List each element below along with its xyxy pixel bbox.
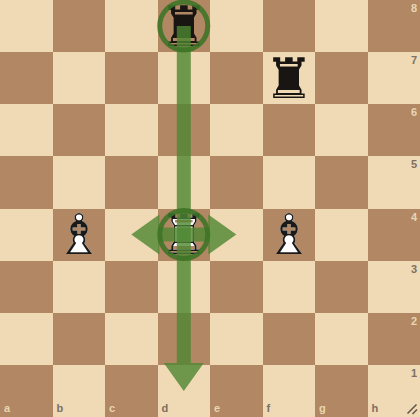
square-g2[interactable] xyxy=(315,313,368,365)
square-a6[interactable] xyxy=(0,104,53,156)
square-b1[interactable] xyxy=(53,365,106,417)
square-b7[interactable] xyxy=(53,52,106,104)
black-rook-glyph: ♜ xyxy=(158,0,211,52)
square-c8[interactable] xyxy=(105,0,158,52)
square-a1[interactable] xyxy=(0,365,53,417)
white-rook-glyph-fill: ♜ xyxy=(158,209,211,261)
square-f6[interactable] xyxy=(263,104,316,156)
square-c7[interactable] xyxy=(105,52,158,104)
square-e6[interactable] xyxy=(210,104,263,156)
square-g3[interactable] xyxy=(315,261,368,313)
square-b6[interactable] xyxy=(53,104,106,156)
piece-white-bishop-f4[interactable]: ♝♗ xyxy=(263,209,316,261)
square-e1[interactable] xyxy=(210,365,263,417)
square-h5[interactable] xyxy=(368,156,420,208)
white-bishop-glyph: ♗ xyxy=(263,209,316,261)
square-a3[interactable] xyxy=(0,261,53,313)
square-b2[interactable] xyxy=(53,313,106,365)
square-d6[interactable] xyxy=(158,104,211,156)
square-e8[interactable] xyxy=(210,0,263,52)
square-e3[interactable] xyxy=(210,261,263,313)
white-bishop-glyph: ♗ xyxy=(53,209,106,261)
square-c6[interactable] xyxy=(105,104,158,156)
resize-grip-line xyxy=(413,410,418,415)
piece-white-bishop-b4[interactable]: ♝♗ xyxy=(53,209,106,261)
square-f2[interactable] xyxy=(263,313,316,365)
square-g5[interactable] xyxy=(315,156,368,208)
square-g6[interactable] xyxy=(315,104,368,156)
square-c2[interactable] xyxy=(105,313,158,365)
square-c5[interactable] xyxy=(105,156,158,208)
square-d7[interactable] xyxy=(158,52,211,104)
square-g8[interactable] xyxy=(315,0,368,52)
square-d3[interactable] xyxy=(158,261,211,313)
square-b3[interactable] xyxy=(53,261,106,313)
square-d1[interactable] xyxy=(158,365,211,417)
square-g1[interactable] xyxy=(315,365,368,417)
black-rook-glyph: ♜ xyxy=(263,52,316,104)
square-c4[interactable] xyxy=(105,209,158,261)
piece-white-rook-d4[interactable]: ♜♖ xyxy=(158,209,211,261)
square-e5[interactable] xyxy=(210,156,263,208)
square-a7[interactable] xyxy=(0,52,53,104)
square-f5[interactable] xyxy=(263,156,316,208)
square-c3[interactable] xyxy=(105,261,158,313)
square-h6[interactable] xyxy=(368,104,420,156)
square-g7[interactable] xyxy=(315,52,368,104)
piece-black-rook-f7[interactable]: ♜ xyxy=(263,52,316,104)
square-a8[interactable] xyxy=(0,0,53,52)
square-h7[interactable] xyxy=(368,52,420,104)
white-bishop-glyph-fill: ♝ xyxy=(263,209,316,261)
square-a5[interactable] xyxy=(0,156,53,208)
square-h2[interactable] xyxy=(368,313,420,365)
square-f3[interactable] xyxy=(263,261,316,313)
square-c1[interactable] xyxy=(105,365,158,417)
square-e7[interactable] xyxy=(210,52,263,104)
square-f1[interactable] xyxy=(263,365,316,417)
square-f8[interactable] xyxy=(263,0,316,52)
white-bishop-glyph-fill: ♝ xyxy=(53,209,106,261)
square-a2[interactable] xyxy=(0,313,53,365)
square-b8[interactable] xyxy=(53,0,106,52)
square-a4[interactable] xyxy=(0,209,53,261)
piece-black-rook-d8[interactable]: ♜ xyxy=(158,0,211,52)
square-g4[interactable] xyxy=(315,209,368,261)
square-e4[interactable] xyxy=(210,209,263,261)
square-b5[interactable] xyxy=(53,156,106,208)
square-d2[interactable] xyxy=(158,313,211,365)
board-resize-handle[interactable] xyxy=(403,400,419,416)
square-h4[interactable] xyxy=(368,209,420,261)
square-h8[interactable] xyxy=(368,0,420,52)
chess-board: abcdefgh87654321♜♜♜♖♝♗♝♗ xyxy=(0,0,420,417)
square-h3[interactable] xyxy=(368,261,420,313)
white-rook-glyph: ♖ xyxy=(158,209,211,261)
square-e2[interactable] xyxy=(210,313,263,365)
square-d5[interactable] xyxy=(158,156,211,208)
